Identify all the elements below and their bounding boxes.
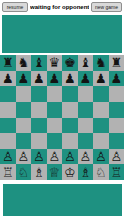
black-queen-piece[interactable]: ♛ bbox=[48, 55, 60, 70]
square-d3[interactable] bbox=[47, 133, 63, 149]
black-pawn-piece[interactable]: ♟ bbox=[95, 71, 107, 86]
square-g2[interactable]: ♙ bbox=[93, 149, 109, 165]
square-h8[interactable]: ♜ bbox=[109, 55, 125, 71]
white-pawn-piece[interactable]: ♙ bbox=[79, 149, 91, 164]
white-bishop-piece[interactable]: ♗ bbox=[33, 165, 45, 180]
opponent-panel bbox=[2, 15, 122, 53]
white-pawn-piece[interactable]: ♙ bbox=[48, 149, 60, 164]
square-h7[interactable]: ♟ bbox=[109, 71, 125, 87]
square-c4[interactable] bbox=[31, 118, 47, 134]
chess-app-window: { "game": "chess", "position": { "fen": … bbox=[0, 0, 124, 220]
square-g1[interactable]: ♘ bbox=[93, 164, 109, 180]
square-f1[interactable]: ♗ bbox=[78, 164, 94, 180]
white-pawn-piece[interactable]: ♙ bbox=[33, 149, 45, 164]
black-king-piece[interactable]: ♚ bbox=[64, 55, 76, 70]
square-e7[interactable]: ♟ bbox=[62, 71, 78, 87]
square-a8[interactable]: ♜ bbox=[0, 55, 16, 71]
square-e6[interactable] bbox=[62, 86, 78, 102]
square-b7[interactable]: ♟ bbox=[16, 71, 32, 87]
square-b4[interactable] bbox=[16, 118, 32, 134]
white-rook-piece[interactable]: ♖ bbox=[110, 165, 122, 180]
white-pawn-piece[interactable]: ♙ bbox=[95, 149, 107, 164]
resume-button[interactable]: resume bbox=[2, 2, 28, 12]
square-d6[interactable] bbox=[47, 86, 63, 102]
square-d1[interactable]: ♕ bbox=[47, 164, 63, 180]
square-h5[interactable] bbox=[109, 102, 125, 118]
square-h6[interactable] bbox=[109, 86, 125, 102]
black-knight-piece[interactable]: ♞ bbox=[17, 55, 29, 70]
square-b8[interactable]: ♞ bbox=[16, 55, 32, 71]
square-f7[interactable]: ♟ bbox=[78, 71, 94, 87]
black-pawn-piece[interactable]: ♟ bbox=[64, 71, 76, 86]
square-g4[interactable] bbox=[93, 118, 109, 134]
square-h1[interactable]: ♖ bbox=[109, 164, 125, 180]
square-c1[interactable]: ♗ bbox=[31, 164, 47, 180]
black-pawn-piece[interactable]: ♟ bbox=[79, 71, 91, 86]
status-text: waiting for opponent... bbox=[30, 4, 89, 10]
square-a7[interactable]: ♟ bbox=[0, 71, 16, 87]
square-e4[interactable] bbox=[62, 118, 78, 134]
black-bishop-piece[interactable]: ♝ bbox=[33, 55, 45, 70]
white-pawn-piece[interactable]: ♙ bbox=[110, 149, 122, 164]
square-f8[interactable]: ♝ bbox=[78, 55, 94, 71]
toolbar: resume waiting for opponent... new game bbox=[0, 0, 124, 14]
square-d2[interactable]: ♙ bbox=[47, 149, 63, 165]
black-pawn-piece[interactable]: ♟ bbox=[33, 71, 45, 86]
square-a2[interactable]: ♙ bbox=[0, 149, 16, 165]
square-a3[interactable] bbox=[0, 133, 16, 149]
square-a6[interactable] bbox=[0, 86, 16, 102]
white-pawn-piece[interactable]: ♙ bbox=[17, 149, 29, 164]
chess-board: ♜♞♝♛♚♝♞♜♟♟♟♟♟♟♟♟♙♙♙♙♙♙♙♙♖♘♗♕♔♗♘♖ bbox=[0, 55, 124, 180]
square-b3[interactable] bbox=[16, 133, 32, 149]
square-h4[interactable] bbox=[109, 118, 125, 134]
square-g3[interactable] bbox=[93, 133, 109, 149]
square-e2[interactable]: ♙ bbox=[62, 149, 78, 165]
black-pawn-piece[interactable]: ♟ bbox=[48, 71, 60, 86]
new-game-button[interactable]: new game bbox=[91, 2, 122, 12]
square-b5[interactable] bbox=[16, 102, 32, 118]
white-rook-piece[interactable]: ♖ bbox=[2, 165, 14, 180]
square-g5[interactable] bbox=[93, 102, 109, 118]
square-g7[interactable]: ♟ bbox=[93, 71, 109, 87]
white-queen-piece[interactable]: ♕ bbox=[48, 165, 60, 180]
square-f2[interactable]: ♙ bbox=[78, 149, 94, 165]
square-c2[interactable]: ♙ bbox=[31, 149, 47, 165]
square-f4[interactable] bbox=[78, 118, 94, 134]
square-a1[interactable]: ♖ bbox=[0, 164, 16, 180]
white-pawn-piece[interactable]: ♙ bbox=[2, 149, 14, 164]
square-f3[interactable] bbox=[78, 133, 94, 149]
square-e8[interactable]: ♚ bbox=[62, 55, 78, 71]
black-pawn-piece[interactable]: ♟ bbox=[2, 71, 14, 86]
square-b6[interactable] bbox=[16, 86, 32, 102]
square-b2[interactable]: ♙ bbox=[16, 149, 32, 165]
black-knight-piece[interactable]: ♞ bbox=[95, 55, 107, 70]
black-rook-piece[interactable]: ♜ bbox=[2, 55, 14, 70]
square-d4[interactable] bbox=[47, 118, 63, 134]
square-b1[interactable]: ♘ bbox=[16, 164, 32, 180]
square-g6[interactable] bbox=[93, 86, 109, 102]
square-e1[interactable]: ♔ bbox=[62, 164, 78, 180]
black-bishop-piece[interactable]: ♝ bbox=[79, 55, 91, 70]
square-d7[interactable]: ♟ bbox=[47, 71, 63, 87]
square-h3[interactable] bbox=[109, 133, 125, 149]
square-f6[interactable] bbox=[78, 86, 94, 102]
player-panel bbox=[3, 184, 122, 216]
square-f5[interactable] bbox=[78, 102, 94, 118]
square-c7[interactable]: ♟ bbox=[31, 71, 47, 87]
square-c6[interactable] bbox=[31, 86, 47, 102]
square-a4[interactable] bbox=[0, 118, 16, 134]
square-c3[interactable] bbox=[31, 133, 47, 149]
black-pawn-piece[interactable]: ♟ bbox=[17, 71, 29, 86]
square-d8[interactable]: ♛ bbox=[47, 55, 63, 71]
square-a5[interactable] bbox=[0, 102, 16, 118]
square-c8[interactable]: ♝ bbox=[31, 55, 47, 71]
square-e5[interactable] bbox=[62, 102, 78, 118]
white-knight-piece[interactable]: ♘ bbox=[95, 165, 107, 180]
square-d5[interactable] bbox=[47, 102, 63, 118]
black-rook-piece[interactable]: ♜ bbox=[110, 55, 122, 70]
square-e3[interactable] bbox=[62, 133, 78, 149]
square-g8[interactable]: ♞ bbox=[93, 55, 109, 71]
white-bishop-piece[interactable]: ♗ bbox=[79, 165, 91, 180]
white-king-piece[interactable]: ♔ bbox=[64, 165, 76, 180]
white-pawn-piece[interactable]: ♙ bbox=[64, 149, 76, 164]
square-h2[interactable]: ♙ bbox=[109, 149, 125, 165]
black-pawn-piece[interactable]: ♟ bbox=[110, 71, 122, 86]
white-knight-piece[interactable]: ♘ bbox=[17, 165, 29, 180]
square-c5[interactable] bbox=[31, 102, 47, 118]
